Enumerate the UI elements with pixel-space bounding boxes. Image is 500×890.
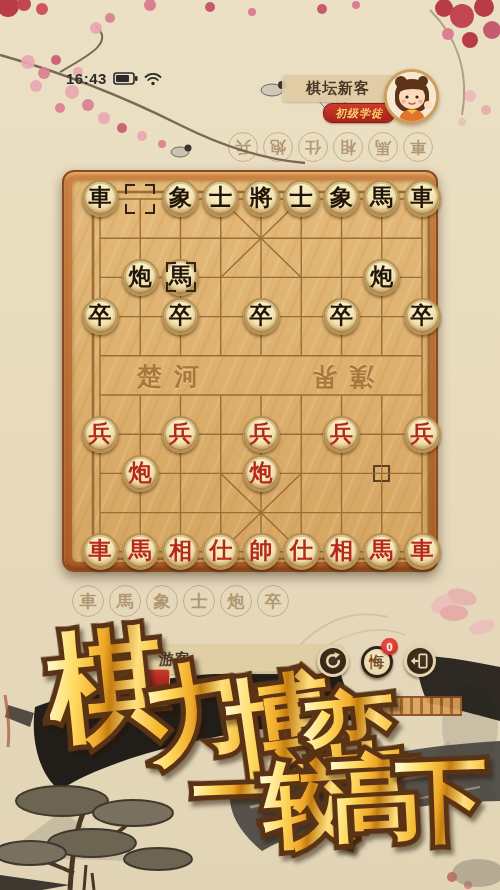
opponent-name-plate: 棋坛新客 [282, 75, 394, 102]
captured-slot: 仕 [298, 132, 328, 162]
opponent-avatar[interactable] [384, 69, 439, 124]
opponent-name: 棋坛新客 [306, 79, 370, 98]
xiangqi-piece-red[interactable]: 炮 [243, 455, 280, 492]
status-time: 16:43 [66, 70, 107, 87]
xiangqi-piece-black[interactable]: 馬 [363, 180, 400, 217]
xiangqi-piece-red[interactable]: 馬 [122, 533, 159, 570]
xiangqi-piece-black[interactable]: 炮 [363, 259, 400, 296]
captured-slot: 車 [403, 132, 433, 162]
xiangqi-piece-black[interactable]: 將 [243, 180, 280, 217]
banner-char: 下下 [394, 752, 489, 847]
captured-slot: 相 [333, 132, 363, 162]
undo-label: 悔 [370, 653, 385, 672]
captured-tray-opponent: 兵炮仕相馬車 [228, 132, 433, 162]
xiangqi-piece-red[interactable]: 兵 [82, 416, 119, 453]
opponent-rank-badge: 初级学徒 [323, 103, 395, 123]
xiangqi-piece-black[interactable]: 象 [162, 180, 199, 217]
xiangqi-piece-red[interactable]: 炮 [122, 455, 159, 492]
undo-count-badge: 0 [381, 638, 398, 655]
captured-slot: 馬 [368, 132, 398, 162]
captured-slot: 卒 [257, 585, 289, 617]
exit-button[interactable] [404, 645, 436, 677]
xiangqi-piece-black[interactable]: 卒 [243, 298, 280, 335]
captured-slot: 士 [183, 585, 215, 617]
xiangqi-piece-black[interactable]: 車 [82, 180, 119, 217]
captured-slot: 炮 [220, 585, 252, 617]
xiangqi-piece-black[interactable]: 士 [283, 180, 320, 217]
xiangqi-piece-red[interactable]: 相 [162, 533, 199, 570]
xiangqi-piece-red[interactable]: 兵 [162, 416, 199, 453]
xiangqi-piece-red[interactable]: 車 [404, 533, 441, 570]
xiangqi-piece-red[interactable]: 兵 [404, 416, 441, 453]
wifi-icon [144, 72, 162, 86]
app-screen: 16:43 棋坛新客 初级学徒 [0, 0, 500, 890]
xiangqi-piece-black[interactable]: 卒 [82, 298, 119, 335]
xiangqi-piece-red[interactable]: 兵 [243, 416, 280, 453]
last-move-marker [125, 184, 155, 214]
xiangqi-piece-red[interactable]: 車 [82, 533, 119, 570]
xiangqi-piece-black[interactable]: 卒 [323, 298, 360, 335]
status-bar: 16:43 [66, 70, 162, 87]
xiangqi-piece-red[interactable]: 兵 [323, 416, 360, 453]
child-avatar-icon [387, 72, 436, 121]
xiangqi-piece-red[interactable]: 馬 [363, 533, 400, 570]
xiangqi-piece-red[interactable]: 仕 [202, 533, 239, 570]
captured-slot: 兵 [228, 132, 258, 162]
exit-door-icon [410, 651, 430, 671]
xiangqi-piece-black[interactable]: 炮 [122, 259, 159, 296]
xiangqi-piece-black[interactable]: 士 [202, 180, 239, 217]
restart-button[interactable] [317, 645, 349, 677]
xiangqi-piece-black[interactable]: 卒 [162, 298, 199, 335]
xiangqi-piece-black[interactable]: 車 [404, 180, 441, 217]
captured-slot: 炮 [263, 132, 293, 162]
xiangqi-piece-red[interactable]: 仕 [283, 533, 320, 570]
xiangqi-board[interactable]: 楚河 漢界 車象士將士象馬車炮馬炮卒卒卒卒卒兵兵兵兵兵炮炮車馬相仕帥仕相馬車 [62, 170, 438, 572]
xiangqi-piece-black[interactable]: 卒 [404, 298, 441, 335]
restart-icon [323, 651, 343, 671]
xiangqi-piece-red[interactable]: 相 [323, 533, 360, 570]
battery-icon [113, 72, 138, 85]
opponent-rank-label: 初级学徒 [335, 106, 383, 121]
piece-grid: 車象士將士象馬車炮馬炮卒卒卒卒卒兵兵兵兵兵炮炮車馬相仕帥仕相馬車 [80, 179, 442, 571]
xiangqi-piece-red[interactable]: 帥 [243, 533, 280, 570]
captured-tray-player: 車馬象士炮卒 [72, 585, 289, 617]
xiangqi-piece-black[interactable]: 象 [323, 180, 360, 217]
point-marker [373, 465, 390, 482]
captured-slot: 車 [72, 585, 104, 617]
